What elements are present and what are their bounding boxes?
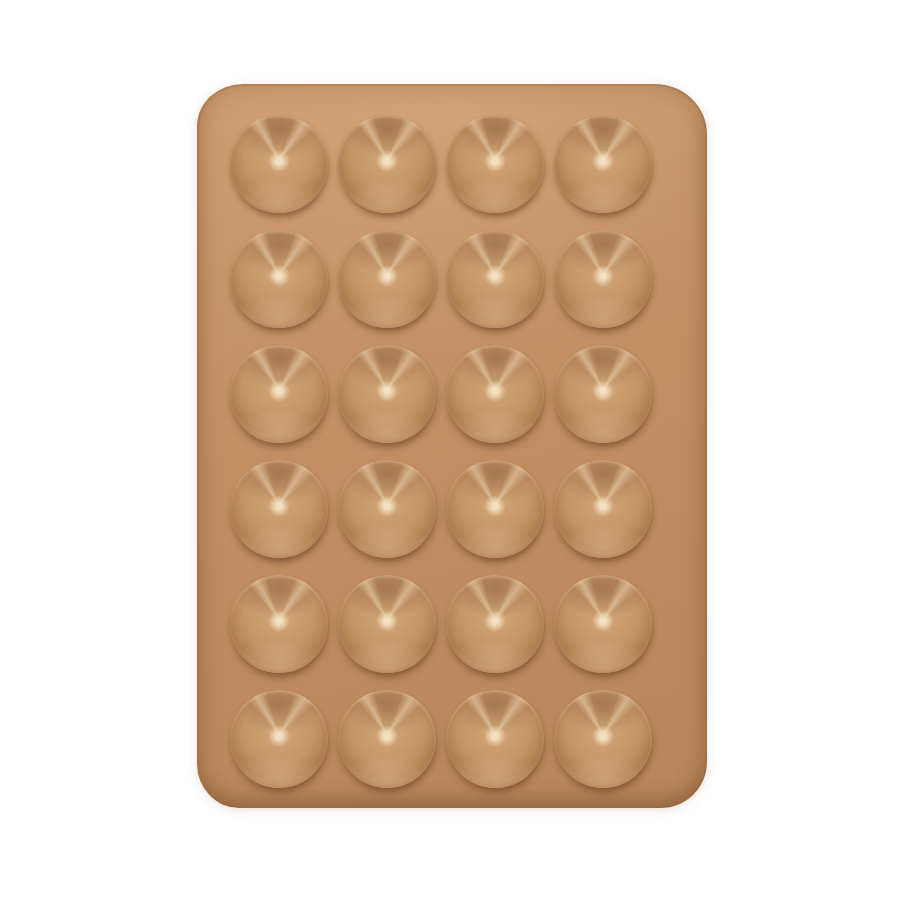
bump (446, 345, 544, 443)
bump (338, 115, 436, 213)
bump (446, 460, 544, 558)
bump (554, 460, 652, 558)
bump (554, 575, 652, 673)
bump (446, 115, 544, 213)
bump (230, 690, 328, 788)
bump (338, 230, 436, 328)
bump (446, 230, 544, 328)
bump (554, 690, 652, 788)
silicone-mat (197, 84, 707, 808)
bump (230, 230, 328, 328)
bump (554, 230, 652, 328)
bump (338, 575, 436, 673)
bump (554, 345, 652, 443)
bump (338, 690, 436, 788)
product-photo (0, 0, 900, 900)
bump (338, 460, 436, 558)
bump-grid (225, 106, 657, 796)
bump (446, 575, 544, 673)
bump (230, 575, 328, 673)
bump (230, 460, 328, 558)
bump (446, 690, 544, 788)
bump (554, 115, 652, 213)
bump (338, 345, 436, 443)
bump (230, 345, 328, 443)
bump (230, 115, 328, 213)
